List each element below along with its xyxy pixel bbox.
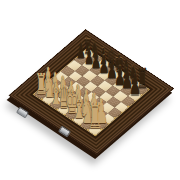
piece-white-rook-h1[interactable]: ♜ <box>86 100 104 135</box>
piece-black-pawn-h7[interactable]: ♟ <box>126 70 144 99</box>
chess-set-photo: ♜♞♟♝♟♛♟♚♟♝♟♞♟♟♜♟♟♜♟♟♞♟♝♟♛♟♚♟♝♟♞♜ <box>0 0 180 180</box>
